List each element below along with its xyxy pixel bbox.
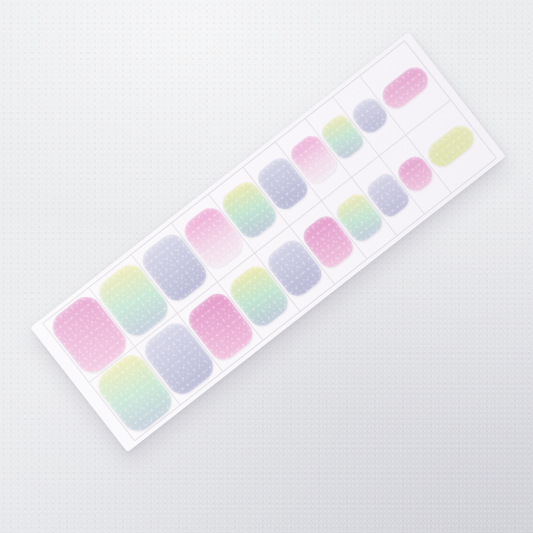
nail-sticker-r2-c10-lime [423,121,478,172]
nail-sticker-r1-c10-pink [377,62,432,113]
photo-background [0,0,533,533]
